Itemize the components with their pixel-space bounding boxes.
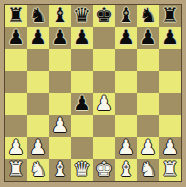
square-e5[interactable]: [93, 71, 115, 93]
square-h8[interactable]: ♜: [159, 5, 181, 27]
square-f5[interactable]: [115, 71, 137, 93]
square-a3[interactable]: [5, 115, 27, 137]
square-c1[interactable]: ♝: [49, 159, 71, 181]
white-knight[interactable]: ♞: [139, 159, 157, 180]
square-a1[interactable]: ♜: [5, 159, 27, 181]
square-g1[interactable]: ♞: [137, 159, 159, 181]
white-pawn[interactable]: ♟: [51, 115, 69, 136]
white-pawn[interactable]: ♟: [117, 137, 135, 158]
square-b5[interactable]: [27, 71, 49, 93]
square-b3[interactable]: [27, 115, 49, 137]
square-d3[interactable]: [71, 115, 93, 137]
black-king[interactable]: ♚: [95, 5, 113, 26]
black-knight[interactable]: ♞: [139, 5, 157, 26]
square-d5[interactable]: [71, 71, 93, 93]
black-bishop[interactable]: ♝: [117, 5, 135, 26]
square-e4[interactable]: ♟: [93, 93, 115, 115]
square-c8[interactable]: ♝: [49, 5, 71, 27]
chess-board-frame: ♜♞♝♛♚♝♞♜♟♟♟♟♟♟♟♟♟♟♟♟♟♟♟♜♞♝♛♚♝♞♜: [0, 0, 186, 187]
black-bishop[interactable]: ♝: [51, 5, 69, 26]
white-pawn[interactable]: ♟: [7, 137, 25, 158]
square-d7[interactable]: ♟: [71, 27, 93, 49]
black-rook[interactable]: ♜: [161, 5, 179, 26]
square-c5[interactable]: [49, 71, 71, 93]
square-g7[interactable]: ♟: [137, 27, 159, 49]
square-c6[interactable]: [49, 49, 71, 71]
white-bishop[interactable]: ♝: [117, 159, 135, 180]
square-f8[interactable]: ♝: [115, 5, 137, 27]
white-pawn[interactable]: ♟: [161, 137, 179, 158]
square-h4[interactable]: [159, 93, 181, 115]
square-a6[interactable]: [5, 49, 27, 71]
white-pawn[interactable]: ♟: [95, 93, 113, 114]
square-b1[interactable]: ♞: [27, 159, 49, 181]
square-g5[interactable]: [137, 71, 159, 93]
square-f7[interactable]: ♟: [115, 27, 137, 49]
black-queen[interactable]: ♛: [73, 5, 91, 26]
square-d6[interactable]: [71, 49, 93, 71]
black-knight[interactable]: ♞: [29, 5, 47, 26]
black-pawn[interactable]: ♟: [29, 27, 47, 48]
square-b7[interactable]: ♟: [27, 27, 49, 49]
square-a5[interactable]: [5, 71, 27, 93]
square-h2[interactable]: ♟: [159, 137, 181, 159]
square-h5[interactable]: [159, 71, 181, 93]
white-rook[interactable]: ♜: [7, 159, 25, 180]
black-pawn[interactable]: ♟: [139, 27, 157, 48]
black-pawn[interactable]: ♟: [51, 27, 69, 48]
chess-board: ♜♞♝♛♚♝♞♜♟♟♟♟♟♟♟♟♟♟♟♟♟♟♟♜♞♝♛♚♝♞♜: [4, 4, 182, 182]
square-a4[interactable]: [5, 93, 27, 115]
square-d8[interactable]: ♛: [71, 5, 93, 27]
square-e1[interactable]: ♚: [93, 159, 115, 181]
square-a7[interactable]: ♟: [5, 27, 27, 49]
square-f3[interactable]: [115, 115, 137, 137]
white-pawn[interactable]: ♟: [29, 137, 47, 158]
square-g3[interactable]: [137, 115, 159, 137]
square-a8[interactable]: ♜: [5, 5, 27, 27]
black-pawn[interactable]: ♟: [73, 27, 91, 48]
square-f6[interactable]: [115, 49, 137, 71]
black-pawn[interactable]: ♟: [73, 93, 91, 114]
square-e6[interactable]: [93, 49, 115, 71]
square-e2[interactable]: [93, 137, 115, 159]
square-c2[interactable]: [49, 137, 71, 159]
square-c3[interactable]: ♟: [49, 115, 71, 137]
white-pawn[interactable]: ♟: [139, 137, 157, 158]
white-king[interactable]: ♚: [95, 159, 113, 180]
square-g6[interactable]: [137, 49, 159, 71]
white-bishop[interactable]: ♝: [51, 159, 69, 180]
square-f2[interactable]: ♟: [115, 137, 137, 159]
square-h6[interactable]: [159, 49, 181, 71]
square-d2[interactable]: [71, 137, 93, 159]
square-e3[interactable]: [93, 115, 115, 137]
black-pawn[interactable]: ♟: [117, 27, 135, 48]
black-rook[interactable]: ♜: [7, 5, 25, 26]
square-h7[interactable]: ♟: [159, 27, 181, 49]
black-pawn[interactable]: ♟: [7, 27, 25, 48]
square-g2[interactable]: ♟: [137, 137, 159, 159]
square-e7[interactable]: [93, 27, 115, 49]
square-g4[interactable]: [137, 93, 159, 115]
square-b8[interactable]: ♞: [27, 5, 49, 27]
square-f4[interactable]: [115, 93, 137, 115]
square-c7[interactable]: ♟: [49, 27, 71, 49]
square-f1[interactable]: ♝: [115, 159, 137, 181]
square-b6[interactable]: [27, 49, 49, 71]
white-rook[interactable]: ♜: [161, 159, 179, 180]
square-c4[interactable]: [49, 93, 71, 115]
white-queen[interactable]: ♛: [73, 159, 91, 180]
square-g8[interactable]: ♞: [137, 5, 159, 27]
square-d1[interactable]: ♛: [71, 159, 93, 181]
square-a2[interactable]: ♟: [5, 137, 27, 159]
square-d4[interactable]: ♟: [71, 93, 93, 115]
black-pawn[interactable]: ♟: [161, 27, 179, 48]
square-h3[interactable]: [159, 115, 181, 137]
white-knight[interactable]: ♞: [29, 159, 47, 180]
square-b2[interactable]: ♟: [27, 137, 49, 159]
square-e8[interactable]: ♚: [93, 5, 115, 27]
square-h1[interactable]: ♜: [159, 159, 181, 181]
square-b4[interactable]: [27, 93, 49, 115]
